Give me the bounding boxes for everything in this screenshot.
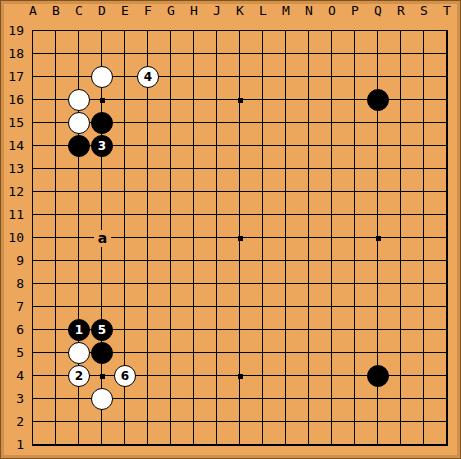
column-label-H: H [183, 3, 205, 19]
row-label-13: 13 [0, 161, 24, 177]
column-label-C: C [68, 3, 90, 19]
stone-white-D17 [91, 66, 113, 88]
row-label-16: 16 [0, 92, 24, 108]
stone-white-C15 [68, 112, 90, 134]
row-label-12: 12 [0, 184, 24, 200]
stone-black-D6: 5 [91, 319, 113, 341]
row-label-8: 8 [0, 276, 24, 292]
column-label-A: A [22, 3, 44, 19]
row-label-9: 9 [0, 253, 24, 269]
column-label-D: D [91, 3, 113, 19]
column-label-O: O [321, 3, 343, 19]
stone-black-Q4 [367, 365, 389, 387]
column-label-B: B [45, 3, 67, 19]
point-label-D10: a [94, 230, 111, 247]
row-label-4: 4 [0, 368, 24, 384]
stone-white-C16 [68, 89, 90, 111]
stone-white-C5 [68, 342, 90, 364]
row-label-3: 3 [0, 391, 24, 407]
column-label-N: N [298, 3, 320, 19]
row-label-19: 19 [0, 23, 24, 39]
column-label-S: S [413, 3, 435, 19]
stone-black-D5 [91, 342, 113, 364]
row-label-5: 5 [0, 345, 24, 361]
row-label-6: 6 [0, 322, 24, 338]
column-label-R: R [390, 3, 412, 19]
star-point-K4 [238, 374, 243, 379]
stone-white-F17: 4 [137, 66, 159, 88]
stone-black-D15 [91, 112, 113, 134]
column-label-K: K [229, 3, 251, 19]
stone-black-Q16 [367, 89, 389, 111]
stone-black-C14 [68, 135, 90, 157]
stone-black-D14: 3 [91, 135, 113, 157]
star-point-D16 [100, 98, 105, 103]
row-label-2: 2 [0, 414, 24, 430]
star-point-D4 [100, 374, 105, 379]
row-label-1: 1 [0, 437, 24, 453]
star-point-Q10 [376, 236, 381, 241]
row-label-14: 14 [0, 138, 24, 154]
stone-black-C6: 1 [68, 319, 90, 341]
row-label-11: 11 [0, 207, 24, 223]
stone-white-D3 [91, 388, 113, 410]
column-label-T: T [436, 3, 458, 19]
row-label-17: 17 [0, 69, 24, 85]
star-point-K16 [238, 98, 243, 103]
star-point-K10 [238, 236, 243, 241]
row-label-10: 10 [0, 230, 24, 246]
row-label-15: 15 [0, 115, 24, 131]
stone-white-C4: 2 [68, 365, 90, 387]
column-label-J: J [206, 3, 228, 19]
column-label-M: M [275, 3, 297, 19]
column-label-Q: Q [367, 3, 389, 19]
column-label-P: P [344, 3, 366, 19]
column-label-G: G [160, 3, 182, 19]
column-label-E: E [114, 3, 136, 19]
column-label-L: L [252, 3, 274, 19]
go-board: ABCDEFGHJKLMNOPQRST191817161514131211109… [0, 0, 461, 459]
stone-white-E4: 6 [114, 365, 136, 387]
row-label-7: 7 [0, 299, 24, 315]
column-label-F: F [137, 3, 159, 19]
row-label-18: 18 [0, 46, 24, 62]
